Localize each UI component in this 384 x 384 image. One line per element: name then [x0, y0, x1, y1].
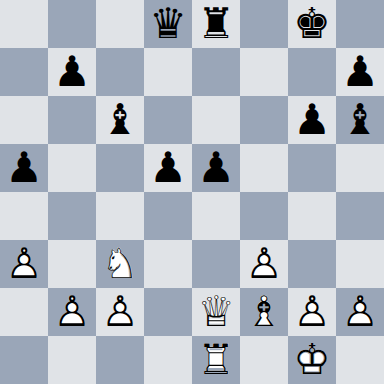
piece-fill: ♝ [336, 96, 384, 144]
piece-outline: ♖ [192, 336, 240, 384]
square-g1[interactable]: ♚♔ [288, 336, 336, 384]
square-c2[interactable]: ♟♙ [96, 288, 144, 336]
piece-outline: ♙ [240, 240, 288, 288]
piece-outline: ♘ [96, 240, 144, 288]
square-e8[interactable]: ♜ [192, 0, 240, 48]
square-b4[interactable] [48, 192, 96, 240]
piece-outline: ♙ [288, 288, 336, 336]
square-d6[interactable] [144, 96, 192, 144]
square-a5[interactable]: ♟ [0, 144, 48, 192]
square-g8[interactable]: ♚ [288, 0, 336, 48]
square-c7[interactable] [96, 48, 144, 96]
square-d4[interactable] [144, 192, 192, 240]
square-f1[interactable] [240, 336, 288, 384]
white-queen-icon[interactable]: ♛♕ [192, 288, 240, 336]
piece-fill: ♟ [48, 48, 96, 96]
square-b7[interactable]: ♟ [48, 48, 96, 96]
square-h7[interactable]: ♟ [336, 48, 384, 96]
square-d3[interactable] [144, 240, 192, 288]
piece-outline: ♗ [240, 288, 288, 336]
piece-fill: ♝ [96, 96, 144, 144]
square-e1[interactable]: ♜♖ [192, 336, 240, 384]
square-d7[interactable] [144, 48, 192, 96]
square-a3[interactable]: ♟♙ [0, 240, 48, 288]
black-queen-icon[interactable]: ♛ [144, 0, 192, 48]
square-h5[interactable] [336, 144, 384, 192]
black-pawn-icon[interactable]: ♟ [48, 48, 96, 96]
square-g7[interactable] [288, 48, 336, 96]
black-rook-icon[interactable]: ♜ [192, 0, 240, 48]
square-c3[interactable]: ♞♘ [96, 240, 144, 288]
piece-fill: ♚ [288, 0, 336, 48]
square-e6[interactable] [192, 96, 240, 144]
piece-fill: ♜ [192, 0, 240, 48]
square-a1[interactable] [0, 336, 48, 384]
square-g4[interactable] [288, 192, 336, 240]
square-g3[interactable] [288, 240, 336, 288]
square-e3[interactable] [192, 240, 240, 288]
square-f6[interactable] [240, 96, 288, 144]
piece-fill: ♟ [336, 48, 384, 96]
piece-outline: ♔ [288, 336, 336, 384]
square-b6[interactable] [48, 96, 96, 144]
white-rook-icon[interactable]: ♜♖ [192, 336, 240, 384]
square-h6[interactable]: ♝ [336, 96, 384, 144]
square-b5[interactable] [48, 144, 96, 192]
piece-outline: ♙ [336, 288, 384, 336]
piece-outline: ♙ [96, 288, 144, 336]
square-a2[interactable] [0, 288, 48, 336]
black-pawn-icon[interactable]: ♟ [192, 144, 240, 192]
square-b8[interactable] [48, 0, 96, 48]
square-g5[interactable] [288, 144, 336, 192]
square-h4[interactable] [336, 192, 384, 240]
black-pawn-icon[interactable]: ♟ [144, 144, 192, 192]
square-a4[interactable] [0, 192, 48, 240]
black-pawn-icon[interactable]: ♟ [0, 144, 48, 192]
square-f8[interactable] [240, 0, 288, 48]
white-pawn-icon[interactable]: ♟♙ [288, 288, 336, 336]
white-king-icon[interactable]: ♚♔ [288, 336, 336, 384]
white-pawn-icon[interactable]: ♟♙ [0, 240, 48, 288]
square-h2[interactable]: ♟♙ [336, 288, 384, 336]
square-a7[interactable] [0, 48, 48, 96]
square-b3[interactable] [48, 240, 96, 288]
square-d2[interactable] [144, 288, 192, 336]
square-d5[interactable]: ♟ [144, 144, 192, 192]
piece-fill: ♟ [0, 144, 48, 192]
white-pawn-icon[interactable]: ♟♙ [240, 240, 288, 288]
piece-fill: ♟ [144, 144, 192, 192]
white-pawn-icon[interactable]: ♟♙ [336, 288, 384, 336]
black-pawn-icon[interactable]: ♟ [336, 48, 384, 96]
black-bishop-icon[interactable]: ♝ [336, 96, 384, 144]
square-a6[interactable] [0, 96, 48, 144]
square-e2[interactable]: ♛♕ [192, 288, 240, 336]
square-e7[interactable] [192, 48, 240, 96]
square-g2[interactable]: ♟♙ [288, 288, 336, 336]
square-c1[interactable] [96, 336, 144, 384]
square-h8[interactable] [336, 0, 384, 48]
piece-outline: ♙ [48, 288, 96, 336]
white-knight-icon[interactable]: ♞♘ [96, 240, 144, 288]
square-a8[interactable] [0, 0, 48, 48]
square-f2[interactable]: ♝♗ [240, 288, 288, 336]
white-bishop-icon[interactable]: ♝♗ [240, 288, 288, 336]
square-f4[interactable] [240, 192, 288, 240]
square-e4[interactable] [192, 192, 240, 240]
square-f5[interactable] [240, 144, 288, 192]
square-c6[interactable]: ♝ [96, 96, 144, 144]
square-c4[interactable] [96, 192, 144, 240]
square-f7[interactable] [240, 48, 288, 96]
square-b2[interactable]: ♟♙ [48, 288, 96, 336]
square-h3[interactable] [336, 240, 384, 288]
piece-fill: ♛ [144, 0, 192, 48]
square-g6[interactable]: ♟ [288, 96, 336, 144]
square-d8[interactable]: ♛ [144, 0, 192, 48]
piece-outline: ♕ [192, 288, 240, 336]
white-pawn-icon[interactable]: ♟♙ [48, 288, 96, 336]
square-f3[interactable]: ♟♙ [240, 240, 288, 288]
square-d1[interactable] [144, 336, 192, 384]
white-pawn-icon[interactable]: ♟♙ [96, 288, 144, 336]
black-bishop-icon[interactable]: ♝ [96, 96, 144, 144]
piece-fill: ♟ [288, 96, 336, 144]
square-h1[interactable] [336, 336, 384, 384]
square-e5[interactable]: ♟ [192, 144, 240, 192]
square-b1[interactable] [48, 336, 96, 384]
piece-outline: ♙ [0, 240, 48, 288]
black-pawn-icon[interactable]: ♟ [288, 96, 336, 144]
black-king-icon[interactable]: ♚ [288, 0, 336, 48]
chess-board: ♛♜♚♟♟♝♟♝♟♟♟♟♙♞♘♟♙♟♙♟♙♛♕♝♗♟♙♟♙♜♖♚♔ [0, 0, 384, 384]
square-c5[interactable] [96, 144, 144, 192]
piece-fill: ♟ [192, 144, 240, 192]
square-c8[interactable] [96, 0, 144, 48]
